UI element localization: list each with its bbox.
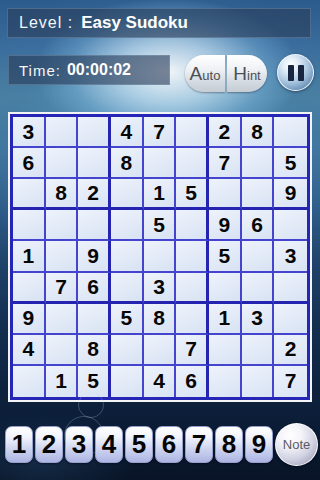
cell-r5c1[interactable]: 1 xyxy=(13,241,46,272)
cell-r6c4[interactable] xyxy=(111,273,144,304)
cell-r8c9[interactable]: 2 xyxy=(274,335,307,366)
cell-r6c9[interactable] xyxy=(274,273,307,304)
cell-r8c5[interactable] xyxy=(144,335,177,366)
hint-button-label: Hint xyxy=(227,55,267,94)
cell-r1c3[interactable] xyxy=(78,117,111,148)
cell-r4c2[interactable] xyxy=(46,210,79,241)
cell-r8c6[interactable]: 7 xyxy=(176,335,209,366)
numpad-key-5[interactable]: 5 xyxy=(125,426,153,463)
cell-r6c7[interactable] xyxy=(209,273,242,304)
cell-r1c4[interactable]: 4 xyxy=(111,117,144,148)
cell-r7c9[interactable] xyxy=(274,304,307,335)
sudoku-board-frame: 34728687582159596195376395813487215467 xyxy=(8,112,312,402)
cell-r6c1[interactable] xyxy=(13,273,46,304)
level-bar: Level : Easy Sudoku xyxy=(7,8,311,38)
cell-r4c7[interactable]: 9 xyxy=(209,210,242,241)
cell-r1c9[interactable] xyxy=(274,117,307,148)
cell-r7c8[interactable]: 3 xyxy=(242,304,275,335)
cell-r1c1[interactable]: 3 xyxy=(13,117,46,148)
cell-r7c7[interactable]: 1 xyxy=(209,304,242,335)
cell-r2c9[interactable]: 5 xyxy=(274,148,307,179)
cell-r4c1[interactable] xyxy=(13,210,46,241)
cell-r2c1[interactable]: 6 xyxy=(13,148,46,179)
cell-r9c1[interactable] xyxy=(13,366,46,397)
cell-r6c5[interactable]: 3 xyxy=(144,273,177,304)
cell-r8c7[interactable] xyxy=(209,335,242,366)
cell-r4c5[interactable]: 5 xyxy=(144,210,177,241)
cell-r8c1[interactable]: 4 xyxy=(13,335,46,366)
cell-r8c4[interactable] xyxy=(111,335,144,366)
cell-r4c8[interactable]: 6 xyxy=(242,210,275,241)
cell-r4c9[interactable] xyxy=(274,210,307,241)
auto-button-label: Auto xyxy=(185,55,225,94)
cell-r2c6[interactable] xyxy=(176,148,209,179)
numpad-key-4[interactable]: 4 xyxy=(95,426,123,463)
time-bar: Time: 00:00:02 xyxy=(8,55,170,85)
cell-r6c8[interactable] xyxy=(242,273,275,304)
cell-r3c3[interactable]: 2 xyxy=(78,179,111,210)
numpad-key-2[interactable]: 2 xyxy=(35,426,63,463)
cell-r3c8[interactable] xyxy=(242,179,275,210)
auto-button[interactable]: Auto xyxy=(185,55,225,92)
pause-button[interactable] xyxy=(277,54,314,91)
cell-r5c9[interactable]: 3 xyxy=(274,241,307,272)
note-button-label: Note xyxy=(283,437,310,452)
hint-button[interactable]: Hint xyxy=(227,55,267,92)
cell-r6c6[interactable] xyxy=(176,273,209,304)
time-value: 00:00:02 xyxy=(67,61,131,79)
numpad-key-1[interactable]: 1 xyxy=(5,426,33,463)
note-button[interactable]: Note xyxy=(275,423,318,466)
cell-r3c7[interactable] xyxy=(209,179,242,210)
cell-r4c6[interactable] xyxy=(176,210,209,241)
cell-r3c6[interactable]: 5 xyxy=(176,179,209,210)
cell-r5c7[interactable]: 5 xyxy=(209,241,242,272)
bubble-decoration xyxy=(78,392,104,418)
cell-r1c5[interactable]: 7 xyxy=(144,117,177,148)
cell-r5c5[interactable] xyxy=(144,241,177,272)
cell-r9c2[interactable]: 1 xyxy=(46,366,79,397)
level-value: Easy Sudoku xyxy=(81,13,188,33)
cell-r8c8[interactable] xyxy=(242,335,275,366)
cell-r4c3[interactable] xyxy=(78,210,111,241)
cell-r7c4[interactable]: 5 xyxy=(111,304,144,335)
sudoku-grid: 34728687582159596195376395813487215467 xyxy=(10,114,310,400)
cell-r1c7[interactable]: 2 xyxy=(209,117,242,148)
cell-r1c6[interactable] xyxy=(176,117,209,148)
numpad-key-9[interactable]: 9 xyxy=(245,426,273,463)
cell-r2c7[interactable]: 7 xyxy=(209,148,242,179)
cell-r3c4[interactable] xyxy=(111,179,144,210)
cell-r2c8[interactable] xyxy=(242,148,275,179)
cell-r7c2[interactable] xyxy=(46,304,79,335)
cell-r3c9[interactable]: 9 xyxy=(274,179,307,210)
cell-r4c4[interactable] xyxy=(111,210,144,241)
cell-r9c4[interactable] xyxy=(111,366,144,397)
time-label: Time: xyxy=(19,62,61,79)
cell-r2c4[interactable]: 8 xyxy=(111,148,144,179)
cell-r3c1[interactable] xyxy=(13,179,46,210)
cell-r3c5[interactable]: 1 xyxy=(144,179,177,210)
cell-r8c2[interactable] xyxy=(46,335,79,366)
cell-r3c2[interactable]: 8 xyxy=(46,179,79,210)
cell-r2c2[interactable] xyxy=(46,148,79,179)
cell-r6c2[interactable]: 7 xyxy=(46,273,79,304)
cell-r2c3[interactable] xyxy=(78,148,111,179)
cell-r1c8[interactable]: 8 xyxy=(242,117,275,148)
cell-r5c8[interactable] xyxy=(242,241,275,272)
numpad-key-6[interactable]: 6 xyxy=(155,426,183,463)
sudoku-app-screen: Level : Easy Sudoku Time: 00:00:02 Auto … xyxy=(0,0,320,480)
cell-r8c3[interactable]: 8 xyxy=(78,335,111,366)
cell-r9c5[interactable]: 4 xyxy=(144,366,177,397)
cell-r9c8[interactable] xyxy=(242,366,275,397)
cell-r5c4[interactable] xyxy=(111,241,144,272)
cell-r9c7[interactable] xyxy=(209,366,242,397)
cell-r7c3[interactable] xyxy=(78,304,111,335)
numpad-key-7[interactable]: 7 xyxy=(185,426,213,463)
cell-r7c1[interactable]: 9 xyxy=(13,304,46,335)
cell-r1c2[interactable] xyxy=(46,117,79,148)
cell-r6c3[interactable]: 6 xyxy=(78,273,111,304)
cell-r7c5[interactable]: 8 xyxy=(144,304,177,335)
cell-r9c6[interactable]: 6 xyxy=(176,366,209,397)
cell-r5c6[interactable] xyxy=(176,241,209,272)
cell-r5c2[interactable] xyxy=(46,241,79,272)
cell-r9c9[interactable]: 7 xyxy=(274,366,307,397)
cell-r5c3[interactable]: 9 xyxy=(78,241,111,272)
cell-r2c5[interactable] xyxy=(144,148,177,179)
pause-icon xyxy=(298,65,304,81)
pause-icon xyxy=(288,65,294,81)
cell-r7c6[interactable] xyxy=(176,304,209,335)
level-label: Level : xyxy=(19,14,73,32)
numpad-key-8[interactable]: 8 xyxy=(215,426,243,463)
numpad-key-3[interactable]: 3 xyxy=(65,426,93,463)
numpad: 123456789 xyxy=(5,426,273,463)
